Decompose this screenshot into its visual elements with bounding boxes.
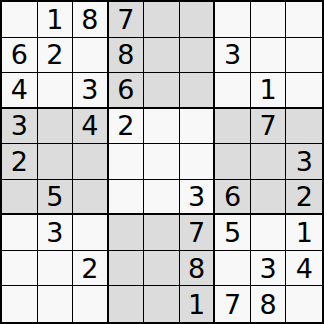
sudoku-cell-r6c6[interactable]: 3: [180, 180, 216, 216]
sudoku-cell-r1c5[interactable]: [144, 2, 180, 38]
sudoku-cell-r5c1[interactable]: 2: [2, 144, 38, 180]
sudoku-cell-r1c8[interactable]: [251, 2, 287, 38]
sudoku-cell-r4c4[interactable]: 2: [109, 109, 145, 145]
sudoku-cell-r1c1[interactable]: [2, 2, 38, 38]
sudoku-cell-r2c2[interactable]: 2: [38, 38, 74, 74]
sudoku-cell-r8c9[interactable]: 4: [286, 251, 322, 287]
sudoku-cell-r4c6[interactable]: [180, 109, 216, 145]
sudoku-cell-r9c6[interactable]: 1: [180, 286, 216, 322]
sudoku-cell-r8c8[interactable]: 3: [251, 251, 287, 287]
sudoku-cell-r5c9[interactable]: 3: [286, 144, 322, 180]
sudoku-cell-r4c3[interactable]: 4: [73, 109, 109, 145]
sudoku-cell-r8c1[interactable]: [2, 251, 38, 287]
sudoku-cell-r5c5[interactable]: [144, 144, 180, 180]
sudoku-cell-r3c2[interactable]: [38, 73, 74, 109]
sudoku-cell-r7c4[interactable]: [109, 215, 145, 251]
sudoku-cell-r3c6[interactable]: [180, 73, 216, 109]
sudoku-cell-r2c8[interactable]: [251, 38, 287, 74]
sudoku-cell-r8c4[interactable]: [109, 251, 145, 287]
sudoku-cell-r7c8[interactable]: [251, 215, 287, 251]
sudoku-cell-r5c3[interactable]: [73, 144, 109, 180]
sudoku-cell-r7c3[interactable]: [73, 215, 109, 251]
sudoku-cell-r6c2[interactable]: 5: [38, 180, 74, 216]
sudoku-cell-r5c8[interactable]: [251, 144, 287, 180]
sudoku-cell-r9c1[interactable]: [2, 286, 38, 322]
sudoku-cell-r9c4[interactable]: [109, 286, 145, 322]
sudoku-cell-r4c8[interactable]: 7: [251, 109, 287, 145]
sudoku-cell-r9c9[interactable]: [286, 286, 322, 322]
sudoku-cell-r7c6[interactable]: 7: [180, 215, 216, 251]
sudoku-cell-r2c9[interactable]: [286, 38, 322, 74]
sudoku-cell-r1c4[interactable]: 7: [109, 2, 145, 38]
sudoku-cell-r2c1[interactable]: 6: [2, 38, 38, 74]
sudoku-cell-r8c5[interactable]: [144, 251, 180, 287]
sudoku-cell-r2c7[interactable]: 3: [215, 38, 251, 74]
sudoku-cell-r3c9[interactable]: [286, 73, 322, 109]
sudoku-cell-r7c1[interactable]: [2, 215, 38, 251]
sudoku-cell-r2c3[interactable]: [73, 38, 109, 74]
sudoku-cell-r6c4[interactable]: [109, 180, 145, 216]
sudoku-cell-r3c7[interactable]: [215, 73, 251, 109]
sudoku-cell-r6c9[interactable]: 2: [286, 180, 322, 216]
sudoku-cell-r3c1[interactable]: 4: [2, 73, 38, 109]
sudoku-cell-r9c2[interactable]: [38, 286, 74, 322]
sudoku-cell-r2c5[interactable]: [144, 38, 180, 74]
sudoku-cell-r1c2[interactable]: 1: [38, 2, 74, 38]
sudoku-cell-r7c7[interactable]: 5: [215, 215, 251, 251]
sudoku-cell-r6c1[interactable]: [2, 180, 38, 216]
sudoku-cell-r8c2[interactable]: [38, 251, 74, 287]
sudoku-cell-r7c2[interactable]: 3: [38, 215, 74, 251]
sudoku-cell-r9c7[interactable]: 7: [215, 286, 251, 322]
sudoku-cell-r1c6[interactable]: [180, 2, 216, 38]
sudoku-cell-r2c6[interactable]: [180, 38, 216, 74]
sudoku-cell-r2c4[interactable]: 8: [109, 38, 145, 74]
sudoku-cell-r8c3[interactable]: 2: [73, 251, 109, 287]
sudoku-cell-r6c3[interactable]: [73, 180, 109, 216]
sudoku-board: 18762834361342723536237512834178: [0, 0, 324, 324]
sudoku-cell-r1c9[interactable]: [286, 2, 322, 38]
sudoku-cell-r5c7[interactable]: [215, 144, 251, 180]
sudoku-cell-r4c2[interactable]: [38, 109, 74, 145]
sudoku-cell-r4c7[interactable]: [215, 109, 251, 145]
sudoku-cell-r6c5[interactable]: [144, 180, 180, 216]
sudoku-cell-r9c3[interactable]: [73, 286, 109, 322]
sudoku-cell-r3c5[interactable]: [144, 73, 180, 109]
sudoku-cell-r3c8[interactable]: 1: [251, 73, 287, 109]
sudoku-cell-r9c8[interactable]: 8: [251, 286, 287, 322]
sudoku-cell-r3c3[interactable]: 3: [73, 73, 109, 109]
sudoku-cell-r3c4[interactable]: 6: [109, 73, 145, 109]
sudoku-cell-r4c5[interactable]: [144, 109, 180, 145]
sudoku-cell-r5c6[interactable]: [180, 144, 216, 180]
sudoku-cell-r8c7[interactable]: [215, 251, 251, 287]
sudoku-cell-r7c9[interactable]: 1: [286, 215, 322, 251]
sudoku-cell-r4c1[interactable]: 3: [2, 109, 38, 145]
sudoku-cell-r8c6[interactable]: 8: [180, 251, 216, 287]
sudoku-cell-r6c7[interactable]: 6: [215, 180, 251, 216]
sudoku-cell-r1c3[interactable]: 8: [73, 2, 109, 38]
sudoku-cell-r9c5[interactable]: [144, 286, 180, 322]
sudoku-cell-r1c7[interactable]: [215, 2, 251, 38]
sudoku-cell-r4c9[interactable]: [286, 109, 322, 145]
sudoku-cell-r5c2[interactable]: [38, 144, 74, 180]
sudoku-cell-r7c5[interactable]: [144, 215, 180, 251]
sudoku-cell-r5c4[interactable]: [109, 144, 145, 180]
sudoku-cell-r6c8[interactable]: [251, 180, 287, 216]
